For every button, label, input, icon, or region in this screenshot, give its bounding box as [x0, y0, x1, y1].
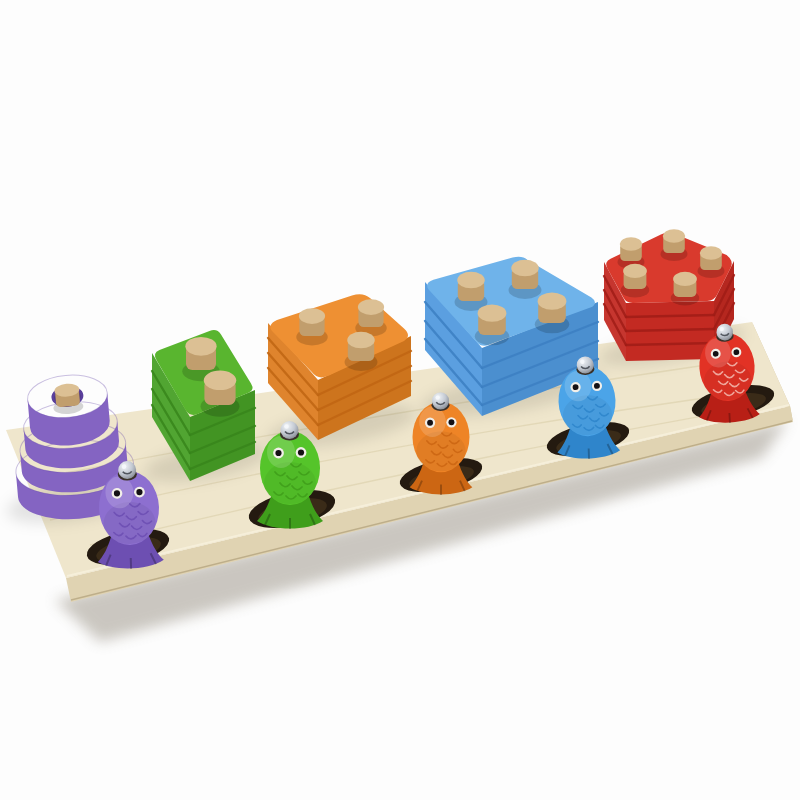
toy-scene — [0, 0, 800, 800]
toy-product-photo — [0, 0, 800, 800]
